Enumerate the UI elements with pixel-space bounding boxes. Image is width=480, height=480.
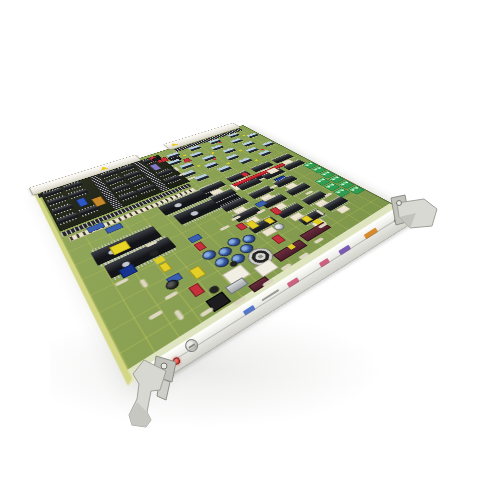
ycap-143 [158,261,172,272]
rdot-77 [213,158,217,160]
ycap-141 [189,265,207,279]
ydot-69 [211,152,215,154]
panel-label-8 [364,228,379,240]
icb-66 [239,157,253,164]
res-168 [148,310,163,321]
panel-label-5 [287,277,300,288]
rcap-146 [188,283,205,298]
res-175 [313,237,324,244]
panel-knob-2 [183,337,201,355]
icb-67 [258,150,272,156]
rdot-76 [218,142,222,144]
panel-label-6 [319,258,330,268]
icb-47 [188,145,201,151]
ydot-70 [239,150,243,152]
ydot-73 [226,162,230,164]
rcap-149 [193,241,206,251]
ydot-74 [254,159,258,161]
pcb-product-photo [0,0,480,480]
panel-led-1 [172,356,182,366]
icb-54 [246,133,258,138]
ydot-68 [183,154,187,156]
panel-label-3 [243,305,256,316]
res-178 [219,225,230,231]
rcap-147 [271,234,286,244]
icb-57 [223,148,237,154]
panel-screw-0 [160,365,167,372]
res-166 [139,279,149,289]
ydot-71 [197,165,201,167]
icb-49 [228,133,240,138]
icb-55 [180,162,195,169]
icb-64 [194,174,209,182]
panel-screw-9 [393,217,400,224]
icb-58 [242,141,255,147]
icb-63 [262,141,275,147]
ydot-72 [242,135,246,137]
top-bracket-screw [397,201,402,206]
res-167 [164,291,178,301]
icb-65 [217,165,232,172]
panel-label-4 [261,289,279,301]
res-169 [174,309,185,321]
panel-label-7 [338,245,351,256]
